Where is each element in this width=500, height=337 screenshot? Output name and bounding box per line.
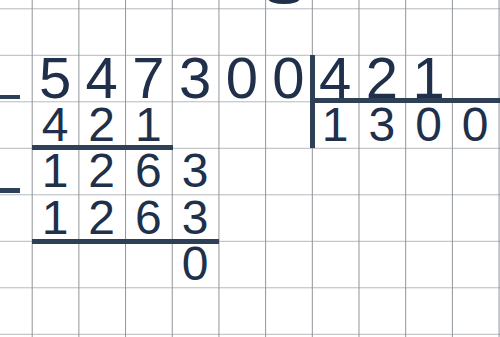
empty-cell	[452, 194, 499, 241]
empty-cell	[359, 241, 406, 288]
digit-cell: 0	[265, 55, 312, 102]
subtraction-line-2	[32, 239, 219, 244]
digit-cell: 0	[218, 55, 265, 102]
divisor-underline	[310, 98, 500, 103]
empty-cell	[218, 148, 265, 195]
digit-cell: 6	[125, 148, 172, 195]
empty-cell	[78, 241, 125, 288]
digit-cell: 4	[32, 101, 79, 148]
digit-cell: 4	[312, 55, 359, 102]
subtraction-line-1	[32, 145, 174, 150]
digit-cell: 5	[32, 55, 79, 102]
digit-cell: 1	[125, 101, 172, 148]
digit-cell: 0	[172, 241, 219, 288]
digit-cell: 3	[359, 101, 406, 148]
empty-cell	[265, 148, 312, 195]
digit-cell: 0	[405, 101, 452, 148]
minus-sign-2	[0, 188, 20, 193]
grid-paper-page: 5473004214211300126312630	[0, 0, 500, 337]
empty-cell	[218, 101, 265, 148]
digit-cell: 2	[78, 148, 125, 195]
digit-cell: 1	[32, 148, 79, 195]
empty-cell	[452, 55, 499, 102]
digit-cell: 2	[78, 194, 125, 241]
empty-cell	[172, 101, 219, 148]
minus-sign-1	[0, 95, 20, 100]
empty-cell	[218, 194, 265, 241]
digit-cell: 4	[78, 55, 125, 102]
digit-cell: 3	[172, 55, 219, 102]
digit-cell: 3	[172, 148, 219, 195]
empty-cell	[312, 194, 359, 241]
digit-cell: 3	[172, 194, 219, 241]
empty-cell	[265, 194, 312, 241]
empty-cell	[405, 194, 452, 241]
empty-cell	[312, 241, 359, 288]
digit-cell: 1	[312, 101, 359, 148]
digit-cell: 2	[359, 55, 406, 102]
empty-cell	[265, 101, 312, 148]
cropped-glyph-artifact	[268, 0, 300, 4]
empty-cell	[359, 148, 406, 195]
empty-cell	[265, 241, 312, 288]
empty-cell	[218, 241, 265, 288]
empty-cell	[359, 194, 406, 241]
empty-cell	[452, 241, 499, 288]
digit-cell: 1	[405, 55, 452, 102]
digit-cell: 1	[32, 194, 79, 241]
digit-cell: 2	[78, 101, 125, 148]
empty-cell	[312, 148, 359, 195]
empty-cell	[32, 241, 79, 288]
empty-cell	[452, 148, 499, 195]
digit-cell: 7	[125, 55, 172, 102]
empty-cell	[405, 241, 452, 288]
digit-cell: 6	[125, 194, 172, 241]
long-division-grid: 5473004214211300126312630	[32, 55, 499, 288]
empty-cell	[405, 148, 452, 195]
digit-cell: 0	[452, 101, 499, 148]
empty-cell	[125, 241, 172, 288]
